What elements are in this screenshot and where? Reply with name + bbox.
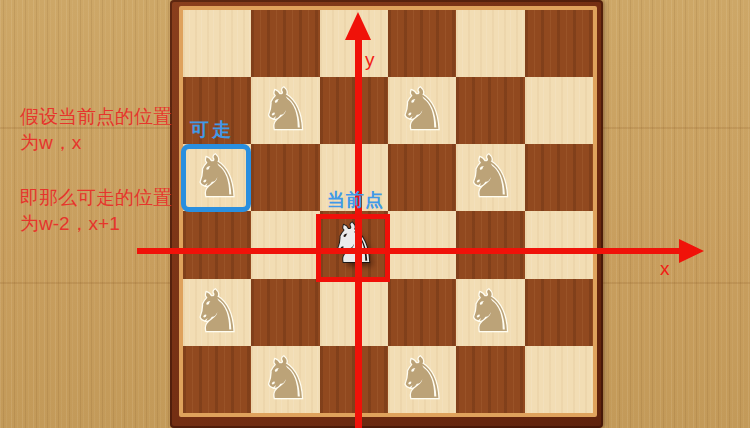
board-square-r4c5 bbox=[456, 211, 524, 278]
board-square-r3c5: ♞ bbox=[456, 144, 524, 211]
board-square-r5c2 bbox=[251, 279, 319, 346]
board-square-r6c2: ♞ bbox=[251, 346, 319, 413]
explanation-line-3: 即那么可走的位置 bbox=[20, 185, 185, 211]
board-square-r6c5 bbox=[456, 346, 524, 413]
movable-label: 可走 bbox=[190, 117, 234, 143]
board-square-r6c3 bbox=[320, 346, 388, 413]
board-square-r4c6 bbox=[525, 211, 593, 278]
screenshot-root: ♞♞♞♞♞♞♞♞♞ y x 可走 当前点 假设当前点的位置 为w，x 即那么可走… bbox=[0, 0, 750, 428]
board-square-r5c1: ♞ bbox=[183, 279, 251, 346]
board-square-r5c5: ♞ bbox=[456, 279, 524, 346]
board-square-r2c6 bbox=[525, 77, 593, 144]
board-square-r2c4: ♞ bbox=[388, 77, 456, 144]
movable-knight-icon: ♞ bbox=[397, 350, 448, 407]
y-axis-arrowhead-icon bbox=[345, 12, 371, 40]
board-square-r3c4 bbox=[388, 144, 456, 211]
board-square-r6c1 bbox=[183, 346, 251, 413]
board-square-r5c3 bbox=[320, 279, 388, 346]
explanation-text-1: 假设当前点的位置 为w，x bbox=[20, 104, 185, 156]
y-axis-label: y bbox=[365, 49, 375, 71]
current-point-label: 当前点 bbox=[327, 188, 384, 212]
movable-square-highlight bbox=[181, 144, 251, 212]
movable-knight-icon: ♞ bbox=[260, 350, 311, 407]
board-square-r5c4 bbox=[388, 279, 456, 346]
board-square-r5c6 bbox=[525, 279, 593, 346]
board-square-r1c5 bbox=[456, 10, 524, 77]
x-axis-line bbox=[137, 248, 682, 254]
movable-knight-icon: ♞ bbox=[192, 283, 243, 340]
explanation-text-2: 即那么可走的位置 为w-2，x+1 bbox=[20, 185, 185, 237]
movable-knight-icon: ♞ bbox=[465, 283, 516, 340]
board-square-r6c6 bbox=[525, 346, 593, 413]
board-square-r4c1 bbox=[183, 211, 251, 278]
explanation-line-4: 为w-2，x+1 bbox=[20, 211, 185, 237]
board-square-r6c4: ♞ bbox=[388, 346, 456, 413]
board-square-r1c4 bbox=[388, 10, 456, 77]
explanation-line-1: 假设当前点的位置 bbox=[20, 104, 185, 130]
x-axis-label: x bbox=[660, 258, 670, 280]
board-square-r1c2 bbox=[251, 10, 319, 77]
movable-knight-icon: ♞ bbox=[260, 81, 311, 138]
board-square-r3c6 bbox=[525, 144, 593, 211]
current-square-highlight bbox=[316, 214, 390, 282]
board-square-r4c4 bbox=[388, 211, 456, 278]
x-axis-arrowhead-icon bbox=[679, 239, 704, 263]
board-square-r1c6 bbox=[525, 10, 593, 77]
board-square-r2c5 bbox=[456, 77, 524, 144]
board-square-r2c3 bbox=[320, 77, 388, 144]
board-square-r3c2 bbox=[251, 144, 319, 211]
explanation-line-2: 为w，x bbox=[20, 130, 185, 156]
board-square-r4c2 bbox=[251, 211, 319, 278]
board-square-r1c1 bbox=[183, 10, 251, 77]
board-square-r2c2: ♞ bbox=[251, 77, 319, 144]
movable-knight-icon: ♞ bbox=[465, 148, 516, 205]
movable-knight-icon: ♞ bbox=[397, 81, 448, 138]
